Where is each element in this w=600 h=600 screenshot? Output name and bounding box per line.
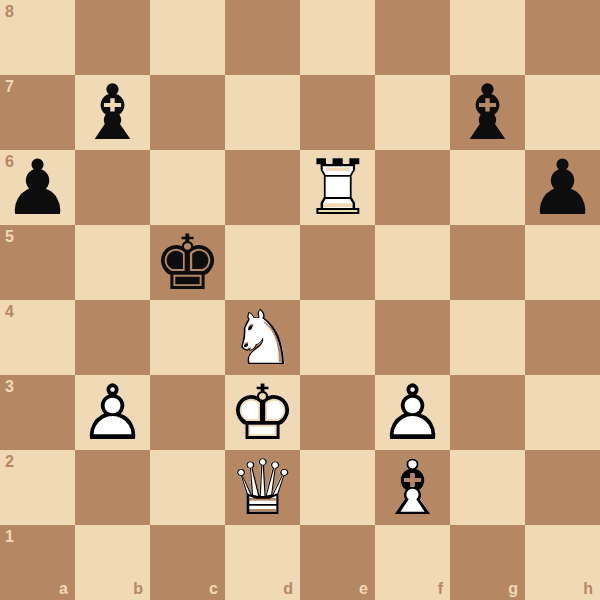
square-f2[interactable]: ♝♗ — [375, 450, 450, 525]
square-f1[interactable]: f — [375, 525, 450, 600]
black-king-icon: ♚ — [150, 225, 225, 300]
rank-label-5: 5 — [5, 229, 14, 245]
white-pawn-outline-icon: ♙ — [75, 375, 150, 450]
file-label-g: g — [508, 581, 518, 597]
white-king-outline-icon: ♔ — [225, 375, 300, 450]
square-d8[interactable] — [225, 0, 300, 75]
white-queen-outline-icon: ♕ — [225, 450, 300, 525]
square-b8[interactable] — [75, 0, 150, 75]
square-h4[interactable] — [525, 300, 600, 375]
file-label-d: d — [283, 581, 293, 597]
black-bishop[interactable]: ♝ — [450, 75, 525, 150]
chessboard: 87♝♝6♟♜♖♟5♚4♞♘3♟♙♚♔♟♙2♛♕♝♗1abcdefgh — [0, 0, 600, 600]
rank-label-1: 1 — [5, 529, 14, 545]
square-b4[interactable] — [75, 300, 150, 375]
white-pawn[interactable]: ♟♙ — [75, 375, 150, 450]
square-g3[interactable] — [450, 375, 525, 450]
white-bishop[interactable]: ♝♗ — [375, 450, 450, 525]
square-b2[interactable] — [75, 450, 150, 525]
square-a6[interactable]: 6♟ — [0, 150, 75, 225]
square-c4[interactable] — [150, 300, 225, 375]
square-d5[interactable] — [225, 225, 300, 300]
square-a8[interactable]: 8 — [0, 0, 75, 75]
black-pawn[interactable]: ♟ — [525, 150, 600, 225]
white-knight-outline-icon: ♘ — [225, 300, 300, 375]
square-c2[interactable] — [150, 450, 225, 525]
square-e2[interactable] — [300, 450, 375, 525]
square-b7[interactable]: ♝ — [75, 75, 150, 150]
file-label-e: e — [359, 581, 368, 597]
file-label-c: c — [209, 581, 218, 597]
square-e7[interactable] — [300, 75, 375, 150]
rank-label-4: 4 — [5, 304, 14, 320]
square-e3[interactable] — [300, 375, 375, 450]
file-label-b: b — [133, 581, 143, 597]
white-pawn[interactable]: ♟♙ — [375, 375, 450, 450]
square-d2[interactable]: ♛♕ — [225, 450, 300, 525]
file-label-a: a — [59, 581, 68, 597]
square-c3[interactable] — [150, 375, 225, 450]
square-f4[interactable] — [375, 300, 450, 375]
square-b1[interactable]: b — [75, 525, 150, 600]
square-a7[interactable]: 7 — [0, 75, 75, 150]
black-pawn-icon: ♟ — [0, 150, 75, 225]
square-d7[interactable] — [225, 75, 300, 150]
square-e6[interactable]: ♜♖ — [300, 150, 375, 225]
file-label-f: f — [438, 581, 443, 597]
square-h8[interactable] — [525, 0, 600, 75]
white-knight[interactable]: ♞♘ — [225, 300, 300, 375]
square-g5[interactable] — [450, 225, 525, 300]
black-pawn[interactable]: ♟ — [0, 150, 75, 225]
square-g6[interactable] — [450, 150, 525, 225]
square-c7[interactable] — [150, 75, 225, 150]
square-f8[interactable] — [375, 0, 450, 75]
square-g2[interactable] — [450, 450, 525, 525]
square-a5[interactable]: 5 — [0, 225, 75, 300]
white-queen[interactable]: ♛♕ — [225, 450, 300, 525]
square-h3[interactable] — [525, 375, 600, 450]
square-f5[interactable] — [375, 225, 450, 300]
file-label-h: h — [583, 581, 593, 597]
square-b5[interactable] — [75, 225, 150, 300]
square-a4[interactable]: 4 — [0, 300, 75, 375]
square-h7[interactable] — [525, 75, 600, 150]
black-bishop[interactable]: ♝ — [75, 75, 150, 150]
square-g1[interactable]: g — [450, 525, 525, 600]
square-d4[interactable]: ♞♘ — [225, 300, 300, 375]
square-c1[interactable]: c — [150, 525, 225, 600]
white-pawn-outline-icon: ♙ — [375, 375, 450, 450]
black-bishop-icon: ♝ — [75, 75, 150, 150]
square-g8[interactable] — [450, 0, 525, 75]
white-rook-outline-icon: ♖ — [300, 150, 375, 225]
black-pawn-icon: ♟ — [525, 150, 600, 225]
square-g7[interactable]: ♝ — [450, 75, 525, 150]
square-h5[interactable] — [525, 225, 600, 300]
square-d1[interactable]: d — [225, 525, 300, 600]
black-bishop-icon: ♝ — [450, 75, 525, 150]
square-e8[interactable] — [300, 0, 375, 75]
square-f3[interactable]: ♟♙ — [375, 375, 450, 450]
white-bishop-outline-icon: ♗ — [375, 450, 450, 525]
square-a1[interactable]: 1a — [0, 525, 75, 600]
rank-label-3: 3 — [5, 379, 14, 395]
square-h1[interactable]: h — [525, 525, 600, 600]
square-d3[interactable]: ♚♔ — [225, 375, 300, 450]
square-e4[interactable] — [300, 300, 375, 375]
square-f6[interactable] — [375, 150, 450, 225]
rank-label-2: 2 — [5, 454, 14, 470]
square-b6[interactable] — [75, 150, 150, 225]
square-h6[interactable]: ♟ — [525, 150, 600, 225]
square-e1[interactable]: e — [300, 525, 375, 600]
square-c6[interactable] — [150, 150, 225, 225]
square-g4[interactable] — [450, 300, 525, 375]
square-e5[interactable] — [300, 225, 375, 300]
square-d6[interactable] — [225, 150, 300, 225]
white-king[interactable]: ♚♔ — [225, 375, 300, 450]
white-rook[interactable]: ♜♖ — [300, 150, 375, 225]
square-c8[interactable] — [150, 0, 225, 75]
square-b3[interactable]: ♟♙ — [75, 375, 150, 450]
rank-label-8: 8 — [5, 4, 14, 20]
square-h2[interactable] — [525, 450, 600, 525]
square-a3[interactable]: 3 — [0, 375, 75, 450]
black-king[interactable]: ♚ — [150, 225, 225, 300]
rank-label-7: 7 — [5, 79, 14, 95]
square-c5[interactable]: ♚ — [150, 225, 225, 300]
square-f7[interactable] — [375, 75, 450, 150]
square-a2[interactable]: 2 — [0, 450, 75, 525]
